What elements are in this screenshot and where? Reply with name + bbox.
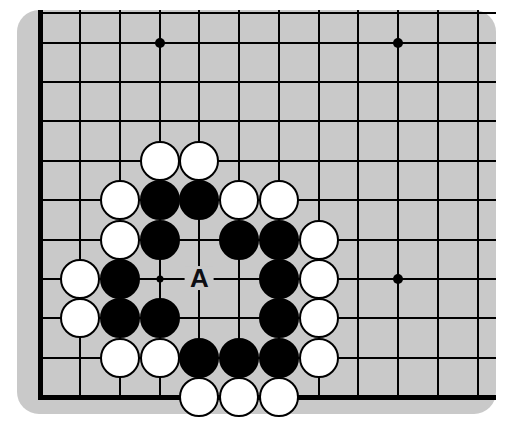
grid-line-vertical <box>437 10 439 400</box>
white-stone[interactable] <box>259 377 299 417</box>
black-stone[interactable] <box>219 338 259 378</box>
white-stone[interactable] <box>219 377 259 417</box>
black-stone[interactable] <box>179 180 219 220</box>
white-stone[interactable] <box>299 338 339 378</box>
grid-line-horizontal <box>38 160 496 162</box>
point-label-A[interactable]: A <box>185 266 214 290</box>
white-stone[interactable] <box>219 180 259 220</box>
white-stone[interactable] <box>100 338 140 378</box>
white-stone[interactable] <box>299 298 339 338</box>
white-stone[interactable] <box>100 180 140 220</box>
black-stone[interactable] <box>219 220 259 260</box>
star-point <box>156 275 163 282</box>
star-point <box>155 38 165 48</box>
black-stone[interactable] <box>140 298 180 338</box>
grid-line-horizontal <box>38 120 496 122</box>
white-stone[interactable] <box>299 259 339 299</box>
black-stone[interactable] <box>259 298 299 338</box>
white-stone[interactable] <box>140 141 180 181</box>
white-stone[interactable] <box>140 338 180 378</box>
grid-line-vertical <box>397 10 399 400</box>
grid-line-vertical <box>357 10 359 400</box>
board-edge-line-left <box>38 10 43 400</box>
black-stone[interactable] <box>259 338 299 378</box>
black-stone[interactable] <box>179 338 219 378</box>
go-board[interactable]: A <box>17 10 496 414</box>
grid-line-horizontal <box>38 12 496 14</box>
black-stone[interactable] <box>100 298 140 338</box>
white-stone[interactable] <box>259 180 299 220</box>
white-stone[interactable] <box>60 259 100 299</box>
grid-line-vertical <box>477 10 479 400</box>
white-stone[interactable] <box>179 377 219 417</box>
white-stone[interactable] <box>179 141 219 181</box>
white-stone[interactable] <box>60 298 100 338</box>
star-point <box>393 274 403 284</box>
white-stone[interactable] <box>100 220 140 260</box>
grid-line-horizontal <box>38 81 496 83</box>
black-stone[interactable] <box>259 259 299 299</box>
black-stone[interactable] <box>259 220 299 260</box>
grid-line-horizontal <box>38 42 496 44</box>
black-stone[interactable] <box>100 259 140 299</box>
black-stone[interactable] <box>140 220 180 260</box>
star-point <box>393 38 403 48</box>
grid-line-vertical <box>79 10 81 400</box>
black-stone[interactable] <box>140 180 180 220</box>
white-stone[interactable] <box>299 220 339 260</box>
